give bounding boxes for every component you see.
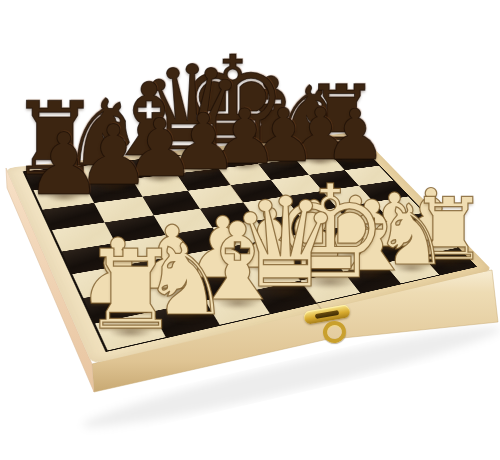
chess-set-photo: ♜♞♝♛♚♝♞♜♟♟♟♟♟♟♟♟♟♟♟♟♟♟♟♟♜♞♝♛♚♝♞♜ [0, 0, 500, 460]
clasp-slot [315, 310, 339, 319]
